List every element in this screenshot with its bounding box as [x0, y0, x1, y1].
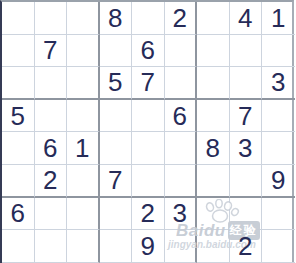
cell-r5c3[interactable]: 1 — [67, 132, 100, 165]
cell-r2c1[interactable] — [2, 35, 35, 68]
cell-r5c9[interactable] — [262, 132, 295, 165]
digit: 6 — [173, 103, 187, 129]
cell-r5c4[interactable] — [100, 132, 133, 165]
cell-r3c5[interactable]: 7 — [132, 67, 165, 100]
cell-r2c6[interactable] — [165, 35, 198, 68]
digit: 2 — [43, 167, 57, 193]
digit: 8 — [108, 5, 122, 31]
cell-r1c5[interactable] — [132, 2, 165, 35]
cell-r4c3[interactable] — [67, 100, 100, 133]
digit: 2 — [141, 200, 155, 226]
cell-r7c7[interactable] — [197, 198, 230, 231]
cell-r3c6[interactable] — [165, 67, 198, 100]
cell-r5c8[interactable]: 3 — [230, 132, 263, 165]
cell-r2c4[interactable] — [100, 35, 133, 68]
digit: 7 — [141, 69, 155, 95]
digit: 6 — [43, 135, 57, 161]
digit: 7 — [238, 103, 252, 129]
cell-r8c5[interactable]: 9 — [132, 230, 165, 263]
cell-r1c2[interactable] — [35, 2, 68, 35]
cell-r4c9[interactable] — [262, 100, 295, 133]
cell-r1c3[interactable] — [67, 2, 100, 35]
cell-r1c6[interactable]: 2 — [165, 2, 198, 35]
cell-r3c3[interactable] — [67, 67, 100, 100]
digit: 5 — [11, 103, 25, 129]
cell-r2c5[interactable]: 6 — [132, 35, 165, 68]
cell-r4c5[interactable] — [132, 100, 165, 133]
digit: 1 — [271, 5, 285, 31]
cell-r5c6[interactable] — [165, 132, 198, 165]
cell-r6c5[interactable] — [132, 165, 165, 198]
cell-r8c9[interactable] — [262, 230, 295, 263]
cell-r7c6[interactable]: 3 — [165, 198, 198, 231]
cell-r4c2[interactable] — [35, 100, 68, 133]
digit: 4 — [238, 5, 252, 31]
cell-r6c8[interactable] — [230, 165, 263, 198]
digit: 1 — [75, 135, 89, 161]
cell-r3c1[interactable] — [2, 67, 35, 100]
cell-r6c4[interactable]: 7 — [100, 165, 133, 198]
cell-r2c9[interactable] — [262, 35, 295, 68]
cell-r1c8[interactable]: 4 — [230, 2, 263, 35]
cell-r7c4[interactable] — [100, 198, 133, 231]
cell-r3c2[interactable] — [35, 67, 68, 100]
digit: 6 — [141, 37, 155, 63]
digit: 7 — [108, 167, 122, 193]
cell-r2c2[interactable]: 7 — [35, 35, 68, 68]
cell-r5c1[interactable] — [2, 132, 35, 165]
digit: 9 — [141, 233, 155, 259]
digit: 6 — [11, 200, 25, 226]
cell-r8c3[interactable] — [67, 230, 100, 263]
cell-r3c7[interactable] — [197, 67, 230, 100]
cell-r8c1[interactable] — [2, 230, 35, 263]
cell-r1c4[interactable]: 8 — [100, 2, 133, 35]
cell-r6c2[interactable]: 2 — [35, 165, 68, 198]
cell-r4c7[interactable] — [197, 100, 230, 133]
cell-r5c7[interactable]: 8 — [197, 132, 230, 165]
cell-r4c6[interactable]: 6 — [165, 100, 198, 133]
digit: 2 — [173, 5, 187, 31]
cell-r6c6[interactable] — [165, 165, 198, 198]
cell-r4c4[interactable] — [100, 100, 133, 133]
digit: 3 — [271, 69, 285, 95]
cell-r1c7[interactable] — [197, 2, 230, 35]
cell-r7c9[interactable] — [262, 198, 295, 231]
cell-r3c8[interactable] — [230, 67, 263, 100]
cell-r8c4[interactable] — [100, 230, 133, 263]
cell-r8c7[interactable] — [197, 230, 230, 263]
cell-r6c1[interactable] — [2, 165, 35, 198]
cell-r1c9[interactable]: 1 — [262, 2, 295, 35]
cell-r2c7[interactable] — [197, 35, 230, 68]
digit: 7 — [43, 37, 57, 63]
cell-r7c1[interactable]: 6 — [2, 198, 35, 231]
cell-r8c2[interactable] — [35, 230, 68, 263]
cell-r5c5[interactable] — [132, 132, 165, 165]
cell-r7c3[interactable] — [67, 198, 100, 231]
cell-r2c3[interactable] — [67, 35, 100, 68]
cell-r8c6[interactable] — [165, 230, 198, 263]
digit: 2 — [238, 233, 252, 259]
digit: 8 — [206, 135, 220, 161]
cell-r2c8[interactable] — [230, 35, 263, 68]
cell-r8c8[interactable]: 2 — [230, 230, 263, 263]
cell-r4c8[interactable]: 7 — [230, 100, 263, 133]
sudoku-screenshot: 824176573567618327962392 Baidu经验 jingyan… — [0, 0, 296, 263]
cell-r1c1[interactable] — [2, 2, 35, 35]
cell-r6c9[interactable]: 9 — [262, 165, 295, 198]
cell-r7c8[interactable] — [230, 198, 263, 231]
digit: 3 — [238, 135, 252, 161]
digit: 9 — [271, 167, 285, 193]
cell-r3c9[interactable]: 3 — [262, 67, 295, 100]
cell-r3c4[interactable]: 5 — [100, 67, 133, 100]
cell-r4c1[interactable]: 5 — [2, 100, 35, 133]
cell-r6c7[interactable] — [197, 165, 230, 198]
sudoku-board: 824176573567618327962392 — [0, 0, 294, 263]
digit: 5 — [108, 69, 122, 95]
digit: 3 — [173, 200, 187, 226]
cell-r5c2[interactable]: 6 — [35, 132, 68, 165]
cell-r7c5[interactable]: 2 — [132, 198, 165, 231]
cell-r7c2[interactable] — [35, 198, 68, 231]
cell-r6c3[interactable] — [67, 165, 100, 198]
